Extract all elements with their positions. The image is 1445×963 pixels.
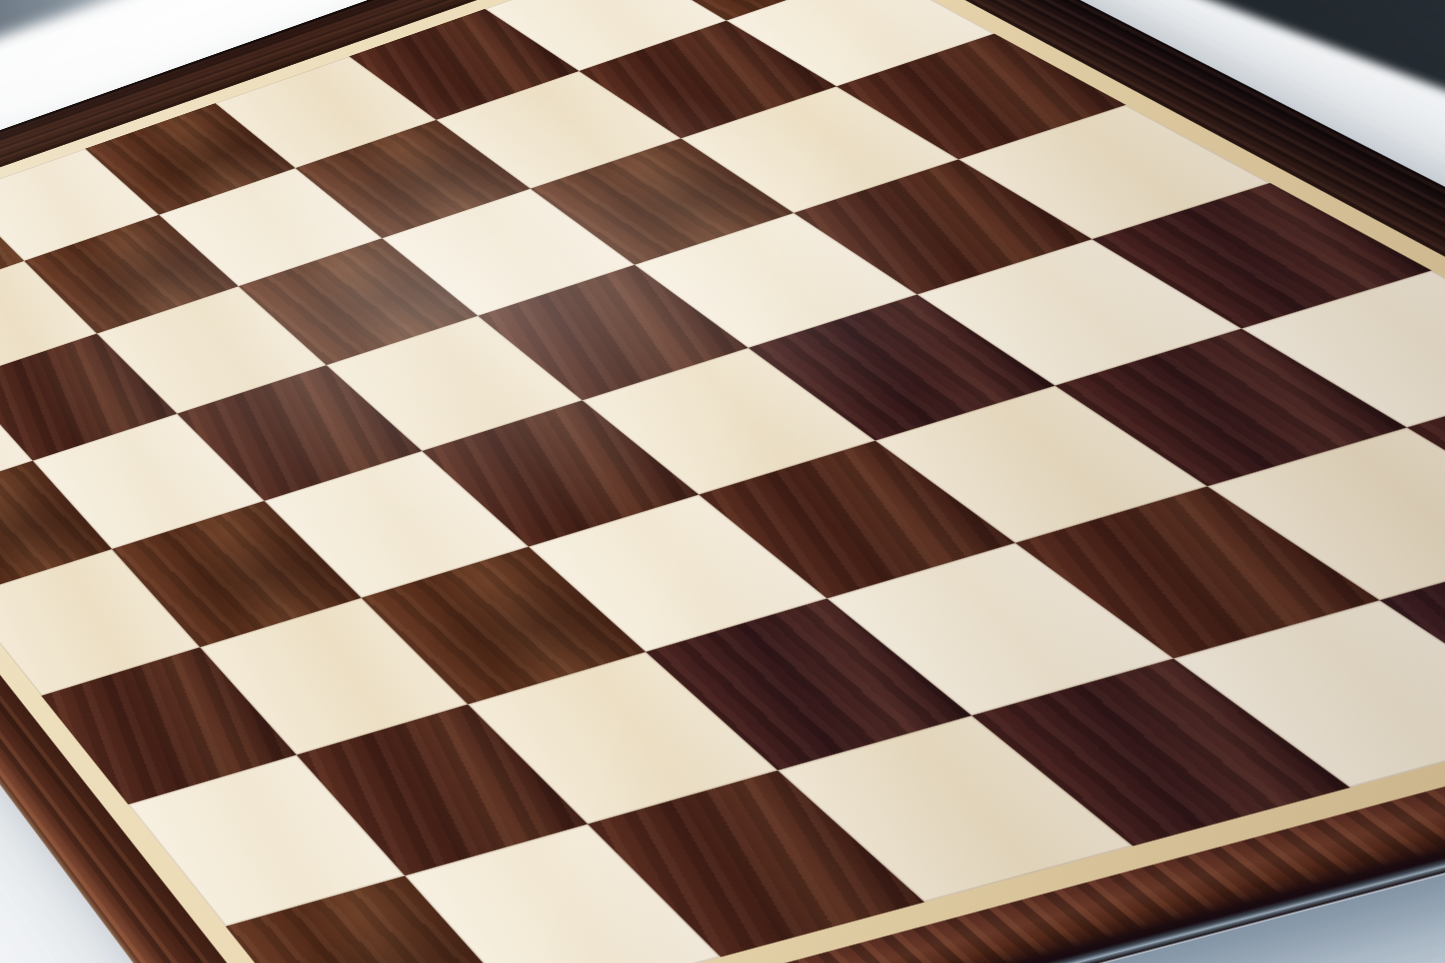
chess-board — [0, 0, 1445, 963]
scene — [0, 0, 1445, 963]
